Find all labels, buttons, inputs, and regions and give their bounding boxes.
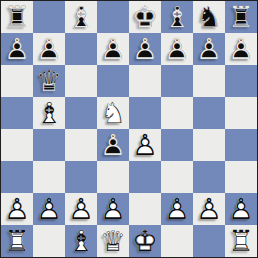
square-a4[interactable] <box>1 129 33 161</box>
white-bishop-fill: ♝ <box>33 97 65 129</box>
square-b4[interactable] <box>33 129 65 161</box>
piece-white-rook-h1[interactable]: ♖ <box>225 225 257 257</box>
square-g2[interactable]: ♟♙ <box>193 193 225 225</box>
white-pawn-fill: ♟ <box>193 193 225 225</box>
square-e8[interactable]: ♚♔ <box>129 1 161 33</box>
square-a1[interactable]: ♜♖ <box>1 225 33 257</box>
white-king-fill: ♚ <box>129 225 161 257</box>
black-bishop-fill: ♝ <box>161 1 193 33</box>
black-pawn-fill: ♟ <box>225 33 257 65</box>
piece-black-rook-h8[interactable]: ♖ <box>225 1 257 33</box>
white-pawn-fill: ♟ <box>65 193 97 225</box>
square-d1[interactable]: ♛♕ <box>97 225 129 257</box>
white-pawn-fill: ♟ <box>1 193 33 225</box>
white-rook-fill: ♜ <box>225 225 257 257</box>
square-h6[interactable] <box>225 65 257 97</box>
square-g5[interactable] <box>193 97 225 129</box>
square-d8[interactable] <box>97 1 129 33</box>
square-c1[interactable]: ♝♗ <box>65 225 97 257</box>
square-e7[interactable]: ♟♙ <box>129 33 161 65</box>
square-h5[interactable] <box>225 97 257 129</box>
piece-black-pawn-d4[interactable]: ♙ <box>97 129 129 161</box>
piece-black-pawn-h7[interactable]: ♙ <box>225 33 257 65</box>
square-g3[interactable] <box>193 161 225 193</box>
black-pawn-fill: ♟ <box>97 33 129 65</box>
square-b2[interactable]: ♟♙ <box>33 193 65 225</box>
square-a3[interactable] <box>1 161 33 193</box>
square-f1[interactable] <box>161 225 193 257</box>
square-d3[interactable] <box>97 161 129 193</box>
square-d6[interactable] <box>97 65 129 97</box>
piece-white-knight-d5[interactable]: ♘ <box>97 97 129 129</box>
piece-black-knight-g8[interactable]: ♘ <box>193 1 225 33</box>
square-b7[interactable]: ♟♙ <box>33 33 65 65</box>
black-pawn-fill: ♟ <box>161 33 193 65</box>
square-d4[interactable]: ♟♙ <box>97 129 129 161</box>
square-f8[interactable]: ♝♗ <box>161 1 193 33</box>
square-a5[interactable] <box>1 97 33 129</box>
square-d7[interactable]: ♟♙ <box>97 33 129 65</box>
piece-black-pawn-f7[interactable]: ♙ <box>161 33 193 65</box>
square-c5[interactable] <box>65 97 97 129</box>
square-h1[interactable]: ♜♖ <box>225 225 257 257</box>
piece-white-pawn-b2[interactable]: ♙ <box>33 193 65 225</box>
square-e6[interactable] <box>129 65 161 97</box>
square-b6[interactable]: ♛♕ <box>33 65 65 97</box>
piece-black-pawn-a7[interactable]: ♙ <box>1 33 33 65</box>
square-h7[interactable]: ♟♙ <box>225 33 257 65</box>
black-knight-fill: ♞ <box>193 1 225 33</box>
square-f4[interactable] <box>161 129 193 161</box>
square-f5[interactable] <box>161 97 193 129</box>
chess-board-grid: ♜♖♝♗♚♔♝♗♞♘♜♖♟♙♟♙♟♙♟♙♟♙♟♙♟♙♛♕♝♗♞♘♟♙♟♙♟♙♟♙… <box>1 1 257 257</box>
square-c8[interactable]: ♝♗ <box>65 1 97 33</box>
square-g1[interactable] <box>193 225 225 257</box>
square-g4[interactable] <box>193 129 225 161</box>
black-pawn-fill: ♟ <box>129 33 161 65</box>
piece-black-king-e8[interactable]: ♔ <box>129 1 161 33</box>
piece-white-pawn-c2[interactable]: ♙ <box>65 193 97 225</box>
square-c6[interactable] <box>65 65 97 97</box>
black-pawn-fill: ♟ <box>33 33 65 65</box>
square-h4[interactable] <box>225 129 257 161</box>
square-e2[interactable] <box>129 193 161 225</box>
square-g8[interactable]: ♞♘ <box>193 1 225 33</box>
square-f6[interactable] <box>161 65 193 97</box>
square-c2[interactable]: ♟♙ <box>65 193 97 225</box>
square-b5[interactable]: ♝♗ <box>33 97 65 129</box>
square-a2[interactable]: ♟♙ <box>1 193 33 225</box>
black-pawn-fill: ♟ <box>1 33 33 65</box>
black-rook-fill: ♜ <box>1 1 33 33</box>
white-bishop-fill: ♝ <box>65 225 97 257</box>
square-e3[interactable] <box>129 161 161 193</box>
black-pawn-fill: ♟ <box>193 33 225 65</box>
white-queen-fill: ♛ <box>97 225 129 257</box>
piece-white-king-e1[interactable]: ♔ <box>129 225 161 257</box>
square-h3[interactable] <box>225 161 257 193</box>
white-pawn-fill: ♟ <box>129 129 161 161</box>
white-rook-fill: ♜ <box>1 225 33 257</box>
square-a6[interactable] <box>1 65 33 97</box>
piece-black-rook-a8[interactable]: ♖ <box>1 1 33 33</box>
piece-black-pawn-g7[interactable]: ♙ <box>193 33 225 65</box>
square-b8[interactable] <box>33 1 65 33</box>
square-f7[interactable]: ♟♙ <box>161 33 193 65</box>
square-e1[interactable]: ♚♔ <box>129 225 161 257</box>
piece-white-pawn-d2[interactable]: ♙ <box>97 193 129 225</box>
piece-black-pawn-b7[interactable]: ♙ <box>33 33 65 65</box>
piece-white-bishop-c1[interactable]: ♗ <box>65 225 97 257</box>
piece-black-pawn-e7[interactable]: ♙ <box>129 33 161 65</box>
white-knight-fill: ♞ <box>97 97 129 129</box>
square-e5[interactable] <box>129 97 161 129</box>
square-c7[interactable] <box>65 33 97 65</box>
piece-white-queen-d1[interactable]: ♕ <box>97 225 129 257</box>
square-g6[interactable] <box>193 65 225 97</box>
piece-white-pawn-g2[interactable]: ♙ <box>193 193 225 225</box>
piece-white-bishop-b5[interactable]: ♗ <box>33 97 65 129</box>
piece-white-pawn-a2[interactable]: ♙ <box>1 193 33 225</box>
square-g7[interactable]: ♟♙ <box>193 33 225 65</box>
piece-white-pawn-h2[interactable]: ♙ <box>225 193 257 225</box>
white-pawn-fill: ♟ <box>225 193 257 225</box>
white-pawn-fill: ♟ <box>33 193 65 225</box>
black-rook-fill: ♜ <box>225 1 257 33</box>
piece-white-rook-a1[interactable]: ♖ <box>1 225 33 257</box>
square-h8[interactable]: ♜♖ <box>225 1 257 33</box>
piece-black-bishop-c8[interactable]: ♗ <box>65 1 97 33</box>
square-b1[interactable] <box>33 225 65 257</box>
piece-white-pawn-f2[interactable]: ♙ <box>161 193 193 225</box>
black-pawn-fill: ♟ <box>97 129 129 161</box>
chess-board: ♜♖♝♗♚♔♝♗♞♘♜♖♟♙♟♙♟♙♟♙♟♙♟♙♟♙♛♕♝♗♞♘♟♙♟♙♟♙♟♙… <box>0 0 258 258</box>
square-h2[interactable]: ♟♙ <box>225 193 257 225</box>
square-f3[interactable] <box>161 161 193 193</box>
square-c4[interactable] <box>65 129 97 161</box>
piece-black-bishop-f8[interactable]: ♗ <box>161 1 193 33</box>
piece-white-pawn-e4[interactable]: ♙ <box>129 129 161 161</box>
square-c3[interactable] <box>65 161 97 193</box>
square-a7[interactable]: ♟♙ <box>1 33 33 65</box>
white-pawn-fill: ♟ <box>97 193 129 225</box>
square-b3[interactable] <box>33 161 65 193</box>
piece-black-queen-b6[interactable]: ♕ <box>33 65 65 97</box>
square-a8[interactable]: ♜♖ <box>1 1 33 33</box>
square-f2[interactable]: ♟♙ <box>161 193 193 225</box>
black-king-fill: ♚ <box>129 1 161 33</box>
black-bishop-fill: ♝ <box>65 1 97 33</box>
white-pawn-fill: ♟ <box>161 193 193 225</box>
square-d5[interactable]: ♞♘ <box>97 97 129 129</box>
black-queen-fill: ♛ <box>33 65 65 97</box>
square-d2[interactable]: ♟♙ <box>97 193 129 225</box>
square-e4[interactable]: ♟♙ <box>129 129 161 161</box>
piece-black-pawn-d7[interactable]: ♙ <box>97 33 129 65</box>
